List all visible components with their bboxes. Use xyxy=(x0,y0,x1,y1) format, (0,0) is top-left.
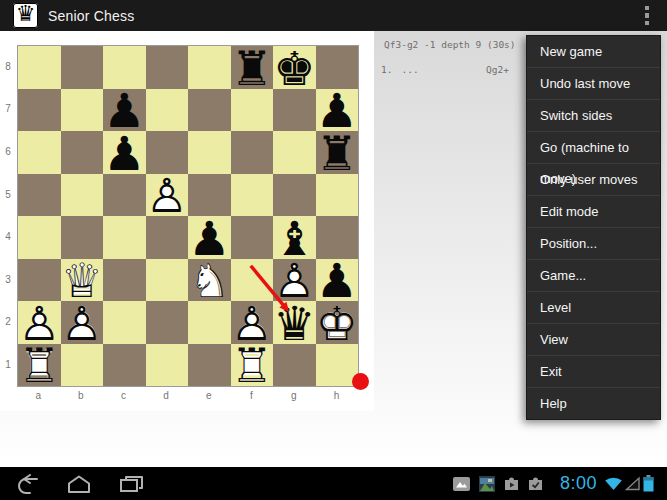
square-g8[interactable]: ♚ xyxy=(273,46,316,89)
square-c4[interactable] xyxy=(103,216,146,259)
piece-white-pawn: ♟♙ xyxy=(18,301,61,344)
white-move: ... xyxy=(401,64,418,75)
square-f8[interactable]: ♜ xyxy=(231,46,274,89)
menu-item-view[interactable]: View xyxy=(527,324,660,356)
move-list-row: 1. ... Qg2+ xyxy=(381,64,509,75)
file-label-f: f xyxy=(230,390,273,401)
square-d4[interactable] xyxy=(146,216,189,259)
queen-icon: ♛ xyxy=(16,3,36,25)
menu-item-edit-mode[interactable]: Edit mode xyxy=(527,196,660,228)
menu-item-position[interactable]: Position... xyxy=(527,228,660,260)
piece-black-pawn: ♟ xyxy=(188,216,231,259)
square-c2[interactable] xyxy=(103,301,146,344)
square-a7[interactable] xyxy=(18,89,61,132)
square-d3[interactable] xyxy=(146,259,189,302)
square-e7[interactable] xyxy=(188,89,231,132)
menu-item-new-game[interactable]: New game xyxy=(527,36,660,68)
store-update-notification-icon[interactable] xyxy=(504,476,519,491)
rank-label-6: 6 xyxy=(0,130,16,173)
overflow-menu-icon[interactable] xyxy=(640,1,655,31)
square-e4[interactable]: ♟ xyxy=(188,216,231,259)
square-d6[interactable] xyxy=(146,131,189,174)
app-bar: ♛ Senior Chess xyxy=(0,0,667,31)
piece-white-pawn: ♟♙ xyxy=(146,174,189,217)
square-f7[interactable] xyxy=(231,89,274,132)
content-area: 87654321 ♜♚♟♟♟♜♟♙♟♝♛♕♞♘♟♙♟♟♙♟♙♟♙♛♚♔♜♖♜♖ … xyxy=(0,31,667,467)
file-labels: abcdefgh xyxy=(17,390,358,401)
square-d5[interactable]: ♟♙ xyxy=(146,174,189,217)
square-e6[interactable] xyxy=(188,131,231,174)
square-h6[interactable]: ♜ xyxy=(316,131,359,174)
menu-item-only-user-moves[interactable]: Only user moves xyxy=(527,164,660,196)
piece-white-king: ♚♔ xyxy=(316,301,359,344)
home-icon[interactable] xyxy=(65,472,93,496)
options-menu: New gameUndo last moveSwitch sidesGo (ma… xyxy=(526,35,661,420)
square-h3[interactable]: ♟ xyxy=(316,259,359,302)
square-d1[interactable] xyxy=(146,344,189,387)
square-g4[interactable]: ♝ xyxy=(273,216,316,259)
rank-label-2: 2 xyxy=(0,301,16,344)
engine-move-indicator-dot xyxy=(352,373,369,390)
menu-item-switch-sides[interactable]: Switch sides xyxy=(527,100,660,132)
back-icon[interactable] xyxy=(13,472,41,496)
piece-black-queen: ♛ xyxy=(273,301,316,344)
square-g7[interactable] xyxy=(273,89,316,132)
square-e1[interactable] xyxy=(188,344,231,387)
black-move: Qg2+ xyxy=(486,64,509,75)
rank-label-8: 8 xyxy=(0,45,16,88)
chess-board: ♜♚♟♟♟♜♟♙♟♝♛♕♞♘♟♙♟♟♙♟♙♟♙♛♚♔♜♖♜♖ xyxy=(17,45,359,387)
square-c7[interactable]: ♟ xyxy=(103,89,146,132)
board-widget: 87654321 ♜♚♟♟♟♜♟♙♟♝♛♕♞♘♟♙♟♟♙♟♙♟♙♛♚♔♜♖♜♖ … xyxy=(0,31,374,411)
square-a2[interactable]: ♟♙ xyxy=(18,301,61,344)
square-b4[interactable] xyxy=(61,216,104,259)
piece-white-rook: ♜♖ xyxy=(18,344,61,387)
menu-item-exit[interactable]: Exit xyxy=(527,356,660,388)
square-c3[interactable] xyxy=(103,259,146,302)
square-g6[interactable] xyxy=(273,131,316,174)
square-h7[interactable]: ♟ xyxy=(316,89,359,132)
square-f5[interactable] xyxy=(231,174,274,217)
status-clock: 8:00 xyxy=(560,473,597,494)
piece-black-rook: ♜ xyxy=(316,131,359,174)
square-b3[interactable]: ♛♕ xyxy=(61,259,104,302)
app-title: Senior Chess xyxy=(48,8,134,24)
store-check-notification-icon[interactable] xyxy=(528,476,543,491)
square-c6[interactable]: ♟ xyxy=(103,131,146,174)
rank-label-7: 7 xyxy=(0,88,16,131)
move-number: 1. xyxy=(381,64,392,75)
gallery-notification-icon[interactable] xyxy=(453,477,470,491)
piece-white-pawn: ♟♙ xyxy=(61,301,104,344)
file-label-g: g xyxy=(273,390,316,401)
rank-label-1: 1 xyxy=(0,343,16,386)
square-a6[interactable] xyxy=(18,131,61,174)
signal-strength-icon xyxy=(625,476,641,491)
menu-item-help[interactable]: Help xyxy=(527,388,660,419)
square-e2[interactable] xyxy=(188,301,231,344)
square-b6[interactable] xyxy=(61,131,104,174)
piece-black-pawn: ♟ xyxy=(316,89,359,132)
square-e3[interactable]: ♞♘ xyxy=(188,259,231,302)
square-g1[interactable] xyxy=(273,344,316,387)
file-label-e: e xyxy=(187,390,230,401)
battery-icon xyxy=(643,475,654,492)
square-g5[interactable] xyxy=(273,174,316,217)
square-a5[interactable] xyxy=(18,174,61,217)
square-f2[interactable]: ♟♙ xyxy=(231,301,274,344)
piece-black-king: ♚ xyxy=(273,46,316,89)
piece-white-knight: ♞♘ xyxy=(188,259,231,302)
piece-black-rook: ♜ xyxy=(231,46,274,89)
status-cluster[interactable]: 8:00 xyxy=(453,473,654,494)
square-c5[interactable] xyxy=(103,174,146,217)
square-f4[interactable] xyxy=(231,216,274,259)
square-a3[interactable] xyxy=(18,259,61,302)
menu-item-game[interactable]: Game... xyxy=(527,260,660,292)
square-e8[interactable] xyxy=(188,46,231,89)
rank-label-5: 5 xyxy=(0,173,16,216)
file-label-b: b xyxy=(60,390,103,401)
square-h2[interactable]: ♚♔ xyxy=(316,301,359,344)
square-f1[interactable]: ♜♖ xyxy=(231,344,274,387)
piece-white-rook: ♜♖ xyxy=(231,344,274,387)
square-g2[interactable]: ♛ xyxy=(273,301,316,344)
square-a8[interactable] xyxy=(18,46,61,89)
square-d8[interactable] xyxy=(146,46,189,89)
file-label-a: a xyxy=(17,390,60,401)
square-f6[interactable] xyxy=(231,131,274,174)
piece-black-bishop: ♝ xyxy=(273,216,316,259)
square-d7[interactable] xyxy=(146,89,189,132)
piece-black-pawn: ♟ xyxy=(103,89,146,132)
square-h8[interactable] xyxy=(316,46,359,89)
rank-label-3: 3 xyxy=(0,258,16,301)
app-thumbnail-notification-icon[interactable] xyxy=(479,476,495,492)
piece-white-queen: ♛♕ xyxy=(61,259,104,302)
square-a4[interactable] xyxy=(18,216,61,259)
wifi-icon xyxy=(604,476,623,491)
recents-icon[interactable] xyxy=(117,472,145,496)
menu-item-level[interactable]: Level xyxy=(527,292,660,324)
square-c8[interactable] xyxy=(103,46,146,89)
square-b7[interactable] xyxy=(61,89,104,132)
piece-black-pawn: ♟ xyxy=(316,259,359,302)
menu-item-go-machine-to-move[interactable]: Go (machine to move) xyxy=(527,132,660,164)
file-label-c: c xyxy=(102,390,145,401)
square-c1[interactable] xyxy=(103,344,146,387)
square-a1[interactable]: ♜♖ xyxy=(18,344,61,387)
square-b2[interactable]: ♟♙ xyxy=(61,301,104,344)
rank-label-4: 4 xyxy=(0,215,16,258)
square-h5[interactable] xyxy=(316,174,359,217)
square-b8[interactable] xyxy=(61,46,104,89)
engine-analysis-line: Qf3-g2 -1 depth 9 (30s) xyxy=(384,39,516,50)
square-e5[interactable] xyxy=(188,174,231,217)
square-b1[interactable] xyxy=(61,344,104,387)
square-g3[interactable]: ♟♙ xyxy=(273,259,316,302)
rank-labels: 87654321 xyxy=(0,45,16,386)
app-launcher-icon: ♛ xyxy=(13,3,38,28)
square-f3[interactable] xyxy=(231,259,274,302)
system-navigation-bar: 8:00 xyxy=(0,467,667,500)
square-b5[interactable] xyxy=(61,174,104,217)
square-h4[interactable] xyxy=(316,216,359,259)
file-label-d: d xyxy=(145,390,188,401)
piece-black-pawn: ♟ xyxy=(103,131,146,174)
screen: ♛ Senior Chess 87654321 ♜♚♟♟♟♜♟♙♟♝♛♕♞♘♟♙… xyxy=(0,0,667,500)
menu-item-undo-last-move[interactable]: Undo last move xyxy=(527,68,660,100)
square-d2[interactable] xyxy=(146,301,189,344)
piece-white-pawn: ♟♙ xyxy=(231,301,274,344)
piece-white-pawn: ♟♙ xyxy=(273,259,316,302)
file-label-h: h xyxy=(315,390,358,401)
